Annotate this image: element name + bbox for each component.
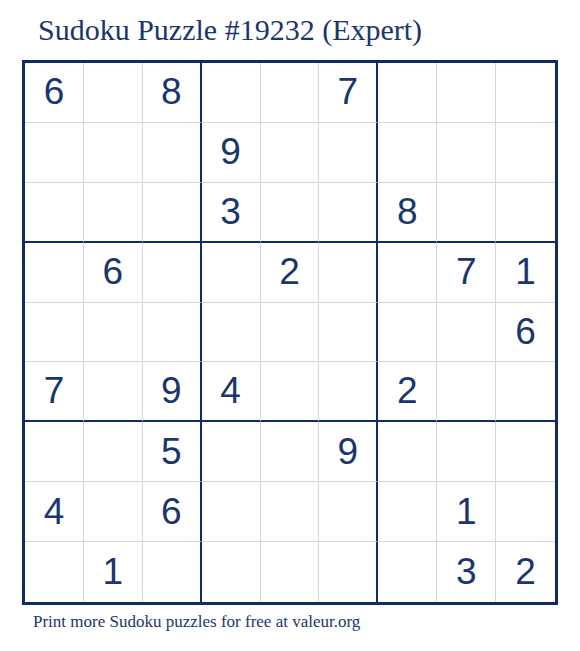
sudoku-board: 68793862716794259461132 — [22, 60, 558, 605]
cell-r7c1 — [25, 422, 84, 482]
cell-r5c7 — [378, 303, 437, 363]
puzzle-page: Sudoku Puzzle #19232 (Expert) 6879386271… — [0, 0, 580, 651]
cell-r3c6 — [319, 183, 378, 243]
cell-r5c5 — [261, 303, 320, 363]
footer-text: Print more Sudoku puzzles for free at va… — [33, 612, 360, 632]
cell-r7c9 — [496, 422, 555, 482]
cell-r1c8 — [437, 63, 496, 123]
cell-r5c9: 6 — [496, 303, 555, 363]
cell-r4c9: 1 — [496, 243, 555, 303]
cell-r2c9 — [496, 123, 555, 183]
cell-r1c3: 8 — [143, 63, 202, 123]
cell-r4c3 — [143, 243, 202, 303]
cell-r4c1 — [25, 243, 84, 303]
cell-r6c4: 4 — [202, 362, 261, 422]
cell-r9c1 — [25, 542, 84, 602]
cell-r7c3: 5 — [143, 422, 202, 482]
cell-r8c6 — [319, 482, 378, 542]
puzzle-title: Sudoku Puzzle #19232 (Expert) — [38, 12, 422, 48]
cell-r4c8: 7 — [437, 243, 496, 303]
cell-r2c3 — [143, 123, 202, 183]
cell-r3c2 — [84, 183, 143, 243]
cell-r7c4 — [202, 422, 261, 482]
cell-r2c8 — [437, 123, 496, 183]
cell-r4c5: 2 — [261, 243, 320, 303]
cell-r3c4: 3 — [202, 183, 261, 243]
cell-r3c5 — [261, 183, 320, 243]
cell-r2c5 — [261, 123, 320, 183]
cell-r7c5 — [261, 422, 320, 482]
cell-r6c6 — [319, 362, 378, 422]
cell-r3c3 — [143, 183, 202, 243]
cell-r2c7 — [378, 123, 437, 183]
cell-r3c9 — [496, 183, 555, 243]
cell-r4c4 — [202, 243, 261, 303]
cell-r8c8: 1 — [437, 482, 496, 542]
cell-r3c8 — [437, 183, 496, 243]
cell-r2c2 — [84, 123, 143, 183]
cell-r8c5 — [261, 482, 320, 542]
cell-r4c2: 6 — [84, 243, 143, 303]
cell-r5c8 — [437, 303, 496, 363]
cell-r9c2: 1 — [84, 542, 143, 602]
cell-r9c8: 3 — [437, 542, 496, 602]
cell-r9c3 — [143, 542, 202, 602]
cell-r2c1 — [25, 123, 84, 183]
cell-r1c5 — [261, 63, 320, 123]
cell-r6c2 — [84, 362, 143, 422]
cell-r1c1: 6 — [25, 63, 84, 123]
cell-r3c7: 8 — [378, 183, 437, 243]
cell-r4c7 — [378, 243, 437, 303]
cell-r2c4: 9 — [202, 123, 261, 183]
cell-r8c3: 6 — [143, 482, 202, 542]
cell-r1c9 — [496, 63, 555, 123]
cell-r4c6 — [319, 243, 378, 303]
cell-r1c2 — [84, 63, 143, 123]
cell-r7c6: 9 — [319, 422, 378, 482]
cell-r6c7: 2 — [378, 362, 437, 422]
cell-r2c6 — [319, 123, 378, 183]
cell-r1c6: 7 — [319, 63, 378, 123]
cell-r5c3 — [143, 303, 202, 363]
cell-r9c4 — [202, 542, 261, 602]
cell-r9c6 — [319, 542, 378, 602]
cell-r5c2 — [84, 303, 143, 363]
cell-r8c1: 4 — [25, 482, 84, 542]
cell-r1c7 — [378, 63, 437, 123]
cell-r7c2 — [84, 422, 143, 482]
cell-r7c7 — [378, 422, 437, 482]
cell-r8c4 — [202, 482, 261, 542]
cell-r9c7 — [378, 542, 437, 602]
cell-r6c1: 7 — [25, 362, 84, 422]
cell-r9c5 — [261, 542, 320, 602]
cell-r3c1 — [25, 183, 84, 243]
cell-r5c4 — [202, 303, 261, 363]
cell-r8c7 — [378, 482, 437, 542]
cell-r8c2 — [84, 482, 143, 542]
cell-r9c9: 2 — [496, 542, 555, 602]
cell-r5c6 — [319, 303, 378, 363]
cell-r7c8 — [437, 422, 496, 482]
cell-r8c9 — [496, 482, 555, 542]
cell-r5c1 — [25, 303, 84, 363]
cell-r6c5 — [261, 362, 320, 422]
cell-r6c9 — [496, 362, 555, 422]
cell-r6c3: 9 — [143, 362, 202, 422]
cell-r6c8 — [437, 362, 496, 422]
cell-r1c4 — [202, 63, 261, 123]
